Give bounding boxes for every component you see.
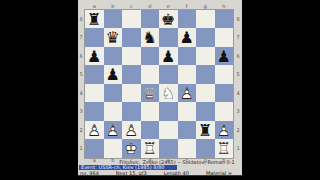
square-g1 bbox=[196, 139, 215, 158]
rank-label: 5 bbox=[78, 65, 84, 84]
square-h8 bbox=[215, 10, 234, 29]
square-g5 bbox=[196, 65, 215, 84]
square-g2: ♜ bbox=[196, 121, 215, 140]
rank-label: 1 bbox=[235, 139, 241, 158]
piece-wp-c2: ♟♙ bbox=[122, 121, 141, 140]
square-d6 bbox=[141, 47, 160, 66]
rank-label: 3 bbox=[78, 102, 84, 121]
rank-label: 3 bbox=[235, 102, 241, 121]
square-h2: ♟♙ bbox=[215, 121, 234, 140]
square-e1 bbox=[159, 139, 178, 158]
square-e5 bbox=[159, 65, 178, 84]
square-d5 bbox=[141, 65, 160, 84]
piece-bp-e6: ♟ bbox=[159, 47, 178, 66]
file-label: b bbox=[104, 4, 123, 9]
square-g8 bbox=[196, 10, 215, 29]
square-a5 bbox=[85, 65, 104, 84]
square-b3 bbox=[104, 102, 123, 121]
square-b7: ♛ bbox=[104, 28, 123, 47]
rank-label: 5 bbox=[235, 65, 241, 84]
rank-label: 8 bbox=[235, 10, 241, 29]
piece-wp-b2: ♟♙ bbox=[104, 121, 123, 140]
square-e4: ♞♘ bbox=[159, 84, 178, 103]
piece-wr-d1: ♜♖ bbox=[141, 139, 160, 158]
chess-diagram-panel: abcdefgh ♜♚♛♞♟♟♟♟♟♛♕♞♘♟♙♟♙♟♙♟♙♜♟♙♚♔♜♖♜♖ … bbox=[78, 0, 242, 176]
square-c7 bbox=[122, 28, 141, 47]
rank-label: 8 bbox=[78, 10, 84, 29]
square-b8 bbox=[104, 10, 123, 29]
square-a8: ♜ bbox=[85, 10, 104, 29]
square-a4 bbox=[85, 84, 104, 103]
piece-bn-d7: ♞ bbox=[141, 28, 160, 47]
square-a2: ♟♙ bbox=[85, 121, 104, 140]
piece-bp-f7: ♟ bbox=[178, 28, 197, 47]
rank-label: 6 bbox=[78, 47, 84, 66]
square-d7: ♞ bbox=[141, 28, 160, 47]
square-g6 bbox=[196, 47, 215, 66]
square-a7 bbox=[85, 28, 104, 47]
square-a3 bbox=[85, 102, 104, 121]
rank-label: 2 bbox=[78, 121, 84, 140]
piece-wq-d4: ♛♕ bbox=[141, 84, 160, 103]
chess-board: ♜♚♛♞♟♟♟♟♟♛♕♞♘♟♙♟♙♟♙♟♙♜♟♙♚♔♜♖♜♖ bbox=[85, 10, 233, 158]
piece-br-g2: ♜ bbox=[196, 121, 215, 140]
square-d8 bbox=[141, 10, 160, 29]
square-e3 bbox=[159, 102, 178, 121]
file-label: d bbox=[141, 4, 160, 9]
square-f4: ♟♙ bbox=[178, 84, 197, 103]
square-b2: ♟♙ bbox=[104, 121, 123, 140]
square-f3 bbox=[178, 102, 197, 121]
file-label: a bbox=[85, 158, 104, 163]
square-f8 bbox=[178, 10, 197, 29]
square-b5: ♟ bbox=[104, 65, 123, 84]
rank-label: 7 bbox=[235, 28, 241, 47]
file-label: a bbox=[85, 4, 104, 9]
piece-wp-f4: ♟♙ bbox=[178, 84, 197, 103]
rank-label: 6 bbox=[235, 47, 241, 66]
square-d4: ♛♕ bbox=[141, 84, 160, 103]
piece-bp-h6: ♟ bbox=[215, 47, 234, 66]
square-d3 bbox=[141, 102, 160, 121]
square-c6 bbox=[122, 47, 141, 66]
square-c5 bbox=[122, 65, 141, 84]
square-c4 bbox=[122, 84, 141, 103]
square-h5 bbox=[215, 65, 234, 84]
square-g3 bbox=[196, 102, 215, 121]
rank-label: 2 bbox=[235, 121, 241, 140]
file-label: c bbox=[122, 4, 141, 9]
square-d2 bbox=[141, 121, 160, 140]
square-f2 bbox=[178, 121, 197, 140]
bottom-divider bbox=[78, 175, 242, 176]
square-h1: ♜♖ bbox=[215, 139, 234, 158]
piece-bp-b5: ♟ bbox=[104, 65, 123, 84]
piece-wr-h1: ♜♖ bbox=[215, 139, 234, 158]
square-d1: ♜♖ bbox=[141, 139, 160, 158]
piece-bq-b7: ♛ bbox=[104, 28, 123, 47]
square-e2 bbox=[159, 121, 178, 140]
piece-wp-h2: ♟♙ bbox=[215, 121, 234, 140]
square-h7 bbox=[215, 28, 234, 47]
square-c2: ♟♙ bbox=[122, 121, 141, 140]
square-h6: ♟ bbox=[215, 47, 234, 66]
piece-br-a8: ♜ bbox=[85, 10, 104, 29]
rank-labels-right: 87654321 bbox=[235, 10, 241, 158]
square-c8 bbox=[122, 10, 141, 29]
square-a1 bbox=[85, 139, 104, 158]
square-g4 bbox=[196, 84, 215, 103]
square-a6: ♟ bbox=[85, 47, 104, 66]
square-b6 bbox=[104, 47, 123, 66]
square-c1: ♚♔ bbox=[122, 139, 141, 158]
file-label: e bbox=[159, 4, 178, 9]
file-label: g bbox=[196, 4, 215, 9]
square-e7 bbox=[159, 28, 178, 47]
square-h4 bbox=[215, 84, 234, 103]
video-frame: abcdefgh ♜♚♛♞♟♟♟♟♟♛♕♞♘♟♙♟♙♟♙♟♙♜♟♙♚♔♜♖♜♖ … bbox=[0, 0, 320, 180]
piece-wp-a2: ♟♙ bbox=[85, 121, 104, 140]
square-h3 bbox=[215, 102, 234, 121]
rank-labels-left: 87654321 bbox=[78, 10, 84, 158]
piece-wn-e4: ♞♘ bbox=[159, 84, 178, 103]
square-c3 bbox=[122, 102, 141, 121]
square-b4 bbox=[104, 84, 123, 103]
rank-label: 7 bbox=[78, 28, 84, 47]
square-e6: ♟ bbox=[159, 47, 178, 66]
piece-bp-a6: ♟ bbox=[85, 47, 104, 66]
piece-wk-c1: ♚♔ bbox=[122, 139, 141, 158]
square-f1 bbox=[178, 139, 197, 158]
square-e8: ♚ bbox=[159, 10, 178, 29]
file-label: f bbox=[178, 4, 197, 9]
file-label: h bbox=[215, 4, 234, 9]
square-f7: ♟ bbox=[178, 28, 197, 47]
rank-label: 1 bbox=[78, 139, 84, 158]
file-labels-top: abcdefgh bbox=[85, 4, 233, 9]
square-f6 bbox=[178, 47, 197, 66]
piece-bk-e8: ♚ bbox=[159, 10, 178, 29]
rank-label: 4 bbox=[235, 84, 241, 103]
square-f5 bbox=[178, 65, 197, 84]
rank-label: 4 bbox=[78, 84, 84, 103]
square-b1 bbox=[104, 139, 123, 158]
square-g7 bbox=[196, 28, 215, 47]
